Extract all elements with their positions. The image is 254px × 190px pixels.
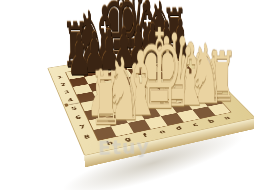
dark-rook-piece-a1: ♜ xyxy=(156,2,192,60)
hinge xyxy=(64,103,69,107)
dark-rook-piece-h1: ♜ xyxy=(56,15,95,76)
rank-label-8: 8 xyxy=(77,133,97,141)
rank-label-2: 2 xyxy=(55,82,72,88)
rank-label-6: 6 xyxy=(69,114,88,121)
dark-queen-piece-d1: ♛ xyxy=(115,0,152,67)
watermark: Etuy xyxy=(98,135,151,159)
rank-label-3: 3 xyxy=(58,89,75,95)
dark-bishop-piece-f1: ♝ xyxy=(86,0,124,71)
dark-bishop-piece-c1: ♝ xyxy=(129,0,166,64)
dark-knight-piece-g1: ♞ xyxy=(71,1,109,74)
dark-king-piece-e1: ♚ xyxy=(100,0,137,69)
rank-label-1: 1 xyxy=(52,75,69,81)
dark-knight-piece-b1: ♞ xyxy=(143,0,179,62)
rank-label-7: 7 xyxy=(73,123,92,131)
file-label-a: a xyxy=(217,114,236,121)
product-photo: 12345678hgfedcba♜♞♝♚♛♝♞♜♟♟♟♟♟♟♟♟♟♟♟♟♟♟♟♟… xyxy=(0,0,254,190)
file-label-d: d xyxy=(169,124,189,132)
